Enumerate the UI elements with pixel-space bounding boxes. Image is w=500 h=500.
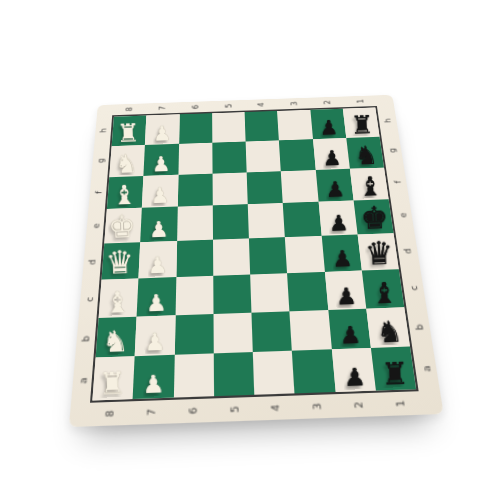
square-a7: ♟ bbox=[133, 355, 174, 399]
square-c2: ♟ bbox=[324, 270, 366, 309]
rank-label-7: 7 bbox=[130, 400, 172, 425]
square-g1: ♞ bbox=[346, 137, 384, 169]
square-c4 bbox=[250, 273, 289, 312]
square-f1: ♝ bbox=[350, 167, 389, 200]
square-f3 bbox=[281, 170, 318, 203]
square-b3 bbox=[290, 310, 332, 351]
black-knight: ♞ bbox=[354, 142, 378, 168]
square-d8: ♛ bbox=[102, 242, 141, 279]
square-e8: ♚ bbox=[104, 208, 142, 243]
square-e3 bbox=[283, 202, 321, 237]
square-c1: ♝ bbox=[362, 269, 405, 308]
square-h6 bbox=[179, 113, 212, 143]
square-h7: ♟ bbox=[145, 114, 179, 144]
white-pawn: ♟ bbox=[152, 123, 171, 144]
white-pawn: ♟ bbox=[151, 154, 170, 175]
product-photo-scene: 87654321 hgfedcba ♜♟♟♜♞♟♟♞♝♟♟♝♚♟♟♚♛♟♟♛♝♟… bbox=[0, 0, 500, 500]
black-pawn: ♟ bbox=[339, 324, 361, 349]
square-b2: ♟ bbox=[328, 308, 371, 349]
square-a1: ♜ bbox=[371, 347, 416, 391]
white-knight: ♞ bbox=[102, 326, 129, 356]
square-h5 bbox=[212, 112, 246, 142]
square-d4 bbox=[249, 237, 287, 274]
file-label-d: d bbox=[396, 233, 421, 270]
square-d7: ♟ bbox=[139, 241, 177, 278]
square-b5 bbox=[213, 312, 253, 353]
black-king: ♚ bbox=[360, 202, 389, 234]
square-g5 bbox=[212, 141, 247, 173]
square-e7: ♟ bbox=[140, 207, 177, 242]
black-pawn: ♟ bbox=[319, 118, 338, 139]
square-d2: ♟ bbox=[321, 235, 361, 272]
white-king: ♚ bbox=[108, 211, 136, 243]
square-e5 bbox=[213, 204, 249, 239]
square-e1: ♚ bbox=[353, 199, 393, 234]
white-bishop: ♝ bbox=[112, 182, 136, 209]
file-label-g: g bbox=[381, 135, 404, 167]
square-f6 bbox=[177, 173, 212, 207]
square-f8: ♝ bbox=[107, 176, 144, 210]
square-b8: ♞ bbox=[96, 316, 137, 358]
square-b1: ♞ bbox=[366, 307, 410, 348]
black-pawn: ♟ bbox=[328, 212, 348, 235]
mat-layout: 87654321 hgfedcba ♜♟♟♜♞♟♟♞♝♟♟♝♚♟♟♚♛♟♟♛♝♟… bbox=[69, 95, 444, 427]
square-g4 bbox=[246, 140, 281, 172]
square-c6 bbox=[175, 276, 213, 315]
rank-label-4: 4 bbox=[254, 396, 297, 421]
white-pawn: ♟ bbox=[145, 291, 166, 315]
square-g7: ♟ bbox=[144, 144, 179, 176]
rank-label-3: 3 bbox=[295, 394, 338, 419]
square-c5 bbox=[213, 274, 251, 313]
file-label-h: h bbox=[377, 105, 399, 135]
square-d1: ♛ bbox=[357, 233, 398, 270]
square-g8: ♞ bbox=[109, 145, 145, 177]
black-queen: ♛ bbox=[364, 237, 394, 270]
rank-label-8: 8 bbox=[88, 401, 131, 426]
white-pawn: ♟ bbox=[147, 254, 168, 277]
chess-mat: 87654321 hgfedcba ♜♟♟♜♞♟♟♞♝♟♟♝♚♟♟♚♛♟♟♛♝♟… bbox=[69, 95, 444, 427]
black-pawn: ♟ bbox=[322, 148, 341, 169]
white-rook: ♜ bbox=[117, 120, 140, 145]
square-g6 bbox=[178, 143, 212, 175]
square-h3 bbox=[277, 110, 312, 140]
square-h8: ♜ bbox=[112, 116, 147, 146]
square-a3 bbox=[292, 350, 335, 394]
square-e6 bbox=[177, 206, 213, 241]
square-f7: ♟ bbox=[142, 174, 178, 208]
square-g3 bbox=[279, 139, 315, 171]
black-bishop: ♝ bbox=[371, 278, 398, 307]
white-knight: ♞ bbox=[115, 150, 139, 176]
black-pawn: ♟ bbox=[335, 285, 357, 309]
rank-label-2: 2 bbox=[336, 393, 380, 418]
square-f5 bbox=[212, 172, 247, 206]
square-h1: ♜ bbox=[343, 108, 380, 138]
file-label-c: c bbox=[401, 269, 427, 308]
rank-label-1: 1 bbox=[378, 391, 423, 416]
square-a8: ♜ bbox=[92, 356, 135, 400]
square-f2: ♟ bbox=[315, 168, 353, 201]
file-label-f: f bbox=[386, 166, 409, 199]
square-c7: ♟ bbox=[137, 277, 176, 316]
square-b6 bbox=[174, 314, 213, 356]
square-c8: ♝ bbox=[99, 278, 139, 317]
square-d5 bbox=[213, 238, 250, 275]
black-rook: ♜ bbox=[381, 358, 409, 389]
white-queen: ♛ bbox=[105, 246, 134, 279]
board: ♜♟♟♜♞♟♟♞♝♟♟♝♚♟♟♚♛♟♟♛♝♟♟♝♞♟♟♞♜♟♟♜ bbox=[90, 106, 419, 403]
square-g2: ♟ bbox=[313, 138, 350, 170]
black-knight: ♞ bbox=[376, 317, 403, 347]
square-f4 bbox=[247, 171, 283, 205]
square-h4 bbox=[245, 111, 279, 141]
black-pawn: ♟ bbox=[343, 365, 366, 390]
black-rook: ♜ bbox=[350, 112, 373, 137]
square-e2: ♟ bbox=[318, 201, 357, 236]
black-pawn: ♟ bbox=[325, 179, 345, 201]
square-c3 bbox=[287, 272, 328, 311]
square-e4 bbox=[248, 203, 285, 238]
white-bishop: ♝ bbox=[105, 287, 131, 316]
rank-label-6: 6 bbox=[172, 398, 214, 423]
square-h2: ♟ bbox=[310, 109, 346, 139]
square-a4 bbox=[253, 351, 295, 395]
file-label-e: e bbox=[391, 198, 415, 233]
black-pawn: ♟ bbox=[332, 248, 353, 271]
square-b7: ♟ bbox=[135, 315, 175, 357]
square-a6 bbox=[173, 354, 213, 398]
square-a2: ♟ bbox=[331, 348, 375, 392]
rank-label-5: 5 bbox=[213, 397, 255, 422]
white-pawn: ♟ bbox=[143, 331, 165, 356]
square-d3 bbox=[285, 236, 324, 273]
square-a5 bbox=[214, 352, 255, 396]
white-pawn: ♟ bbox=[150, 185, 170, 207]
white-pawn: ♟ bbox=[148, 219, 168, 242]
square-d6 bbox=[176, 240, 213, 277]
black-bishop: ♝ bbox=[358, 173, 383, 200]
white-pawn: ♟ bbox=[142, 372, 165, 397]
square-b4 bbox=[251, 311, 292, 352]
white-rook: ♜ bbox=[99, 368, 127, 399]
